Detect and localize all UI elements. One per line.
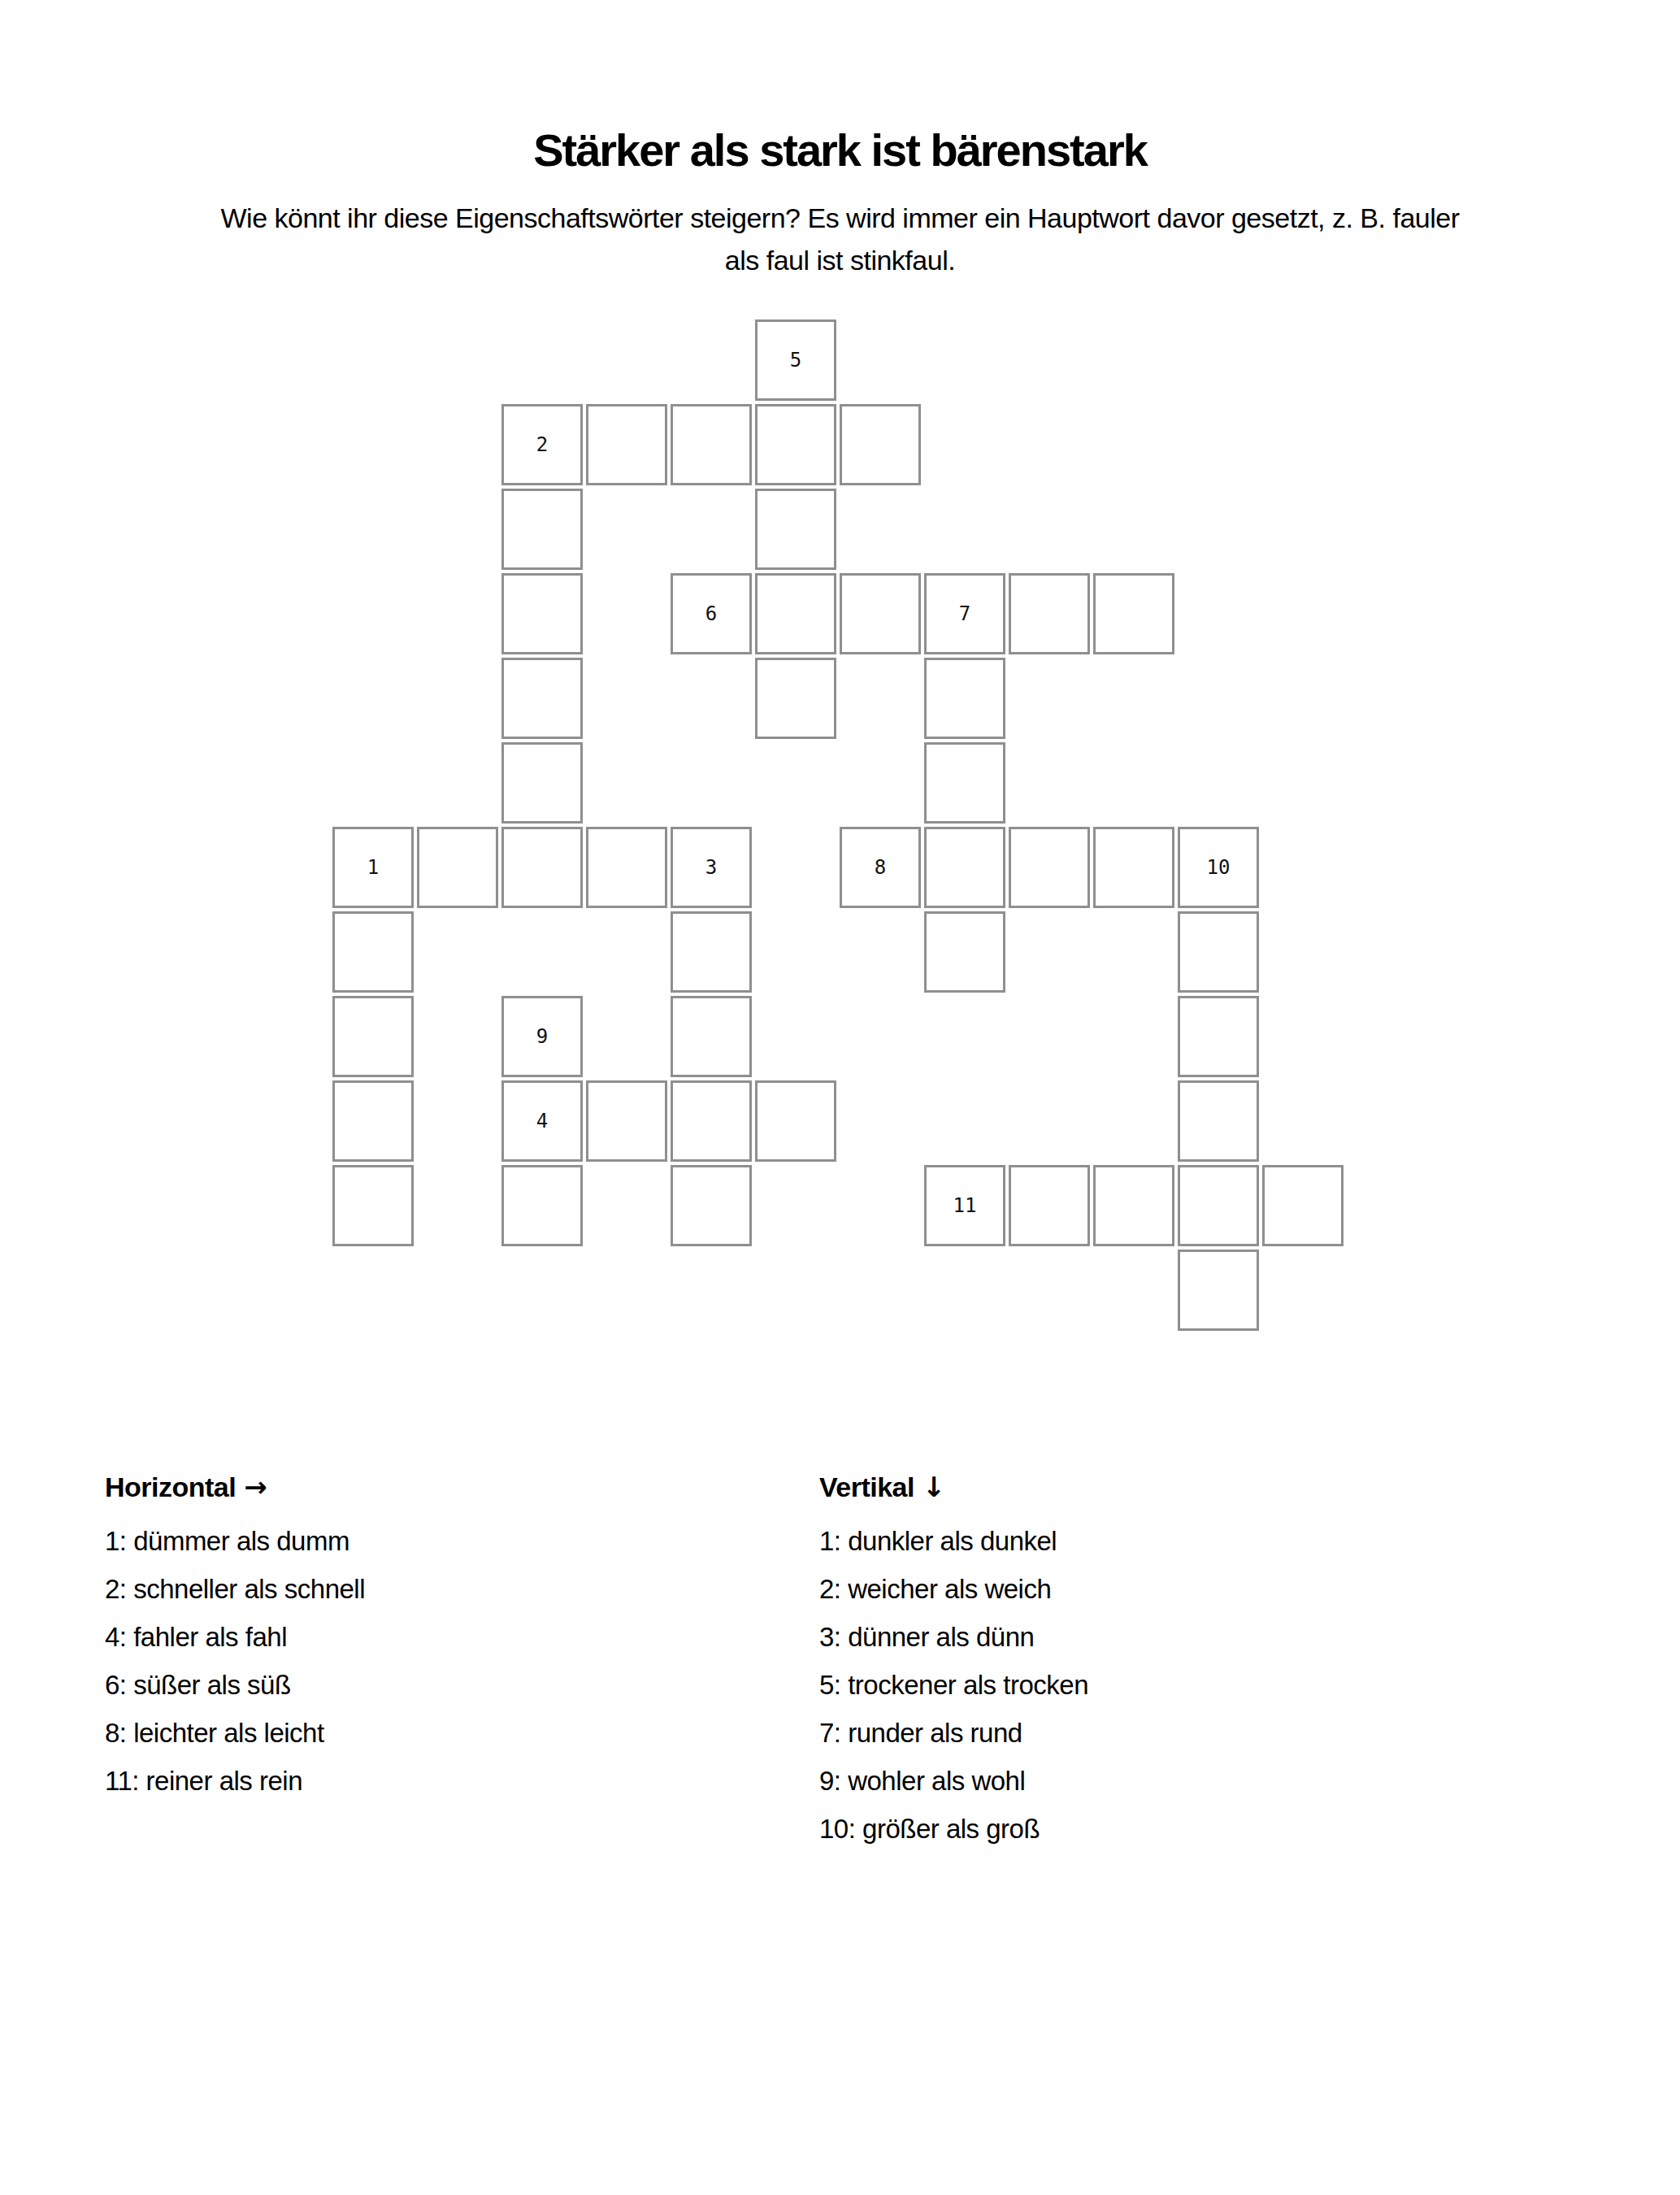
grid-cell-r6c2[interactable] bbox=[501, 827, 583, 908]
right-arrow-icon: → bbox=[244, 1471, 267, 1503]
grid-cell-r8c4[interactable] bbox=[671, 996, 752, 1077]
down-clue-5: 5: trockener als trocken bbox=[819, 1661, 1534, 1709]
grid-cell-r7c0[interactable] bbox=[332, 911, 414, 993]
page-title: Stärker als stark ist bärenstark bbox=[0, 124, 1680, 176]
grid-cell-r10c2[interactable] bbox=[501, 1165, 583, 1246]
grid-cell-r6c6[interactable]: 8 bbox=[840, 827, 921, 908]
grid-cell-r9c2[interactable]: 4 bbox=[501, 1080, 583, 1162]
grid-cell-r7c4[interactable] bbox=[671, 911, 752, 993]
grid-cell-r1c5[interactable] bbox=[755, 404, 836, 485]
clues-down-header: Vertikal↓ bbox=[819, 1463, 1534, 1511]
across-clue-6: 6: süßer als süß bbox=[105, 1661, 819, 1709]
grid-cell-r11c10[interactable] bbox=[1178, 1250, 1259, 1331]
subtitle: Wie könnt ihr diese Eigenschaftswörter s… bbox=[0, 197, 1680, 281]
grid-cell-r10c11[interactable] bbox=[1262, 1165, 1344, 1246]
grid-cell-r8c0[interactable] bbox=[332, 996, 414, 1077]
down-arrow-icon: ↓ bbox=[922, 1471, 945, 1503]
down-clue-1: 1: dunkler als dunkel bbox=[819, 1517, 1534, 1565]
cell-number: 3 bbox=[705, 858, 717, 877]
grid-cell-r4c5[interactable] bbox=[755, 658, 836, 739]
grid-cell-r7c10[interactable] bbox=[1178, 911, 1259, 993]
grid-cell-r6c4[interactable]: 3 bbox=[671, 827, 752, 908]
grid-cell-r9c5[interactable] bbox=[755, 1080, 836, 1162]
grid-cell-r6c8[interactable] bbox=[1009, 827, 1090, 908]
grid-cell-r1c4[interactable] bbox=[671, 404, 752, 485]
grid-cell-r10c7[interactable]: 11 bbox=[924, 1165, 1005, 1246]
cell-number: 1 bbox=[367, 858, 379, 877]
cell-number: 7 bbox=[959, 604, 970, 624]
grid-cell-r10c8[interactable] bbox=[1009, 1165, 1090, 1246]
subtitle-line1: Wie könnt ihr diese Eigenschaftswörter s… bbox=[0, 197, 1680, 239]
grid-cell-r6c0[interactable]: 1 bbox=[332, 827, 414, 908]
cell-number: 11 bbox=[953, 1196, 977, 1215]
cell-number: 10 bbox=[1207, 858, 1231, 877]
grid-cell-r10c4[interactable] bbox=[671, 1165, 752, 1246]
clues-down-title: Vertikal bbox=[819, 1471, 914, 1502]
clues-across-header: Horizontal→ bbox=[105, 1463, 819, 1511]
grid-cell-r9c4[interactable] bbox=[671, 1080, 752, 1162]
grid-cell-r1c6[interactable] bbox=[840, 404, 921, 485]
cell-number: 8 bbox=[875, 858, 886, 877]
grid-cell-r3c9[interactable] bbox=[1093, 573, 1174, 654]
clues-across-list: 1: dümmer als dumm2: schneller als schne… bbox=[105, 1517, 819, 1805]
across-clue-1: 1: dümmer als dumm bbox=[105, 1517, 819, 1565]
grid-cell-r1c2[interactable]: 2 bbox=[501, 404, 583, 485]
cell-number: 6 bbox=[705, 604, 717, 624]
down-clue-2: 2: weicher als weich bbox=[819, 1565, 1534, 1613]
crossword-grid: 5267138109411 bbox=[332, 319, 1348, 1328]
across-clue-8: 8: leichter als leicht bbox=[105, 1709, 819, 1757]
grid-cell-r9c10[interactable] bbox=[1178, 1080, 1259, 1162]
down-clue-10: 10: größer als groß bbox=[819, 1805, 1534, 1853]
across-clue-4: 4: fahler als fahl bbox=[105, 1613, 819, 1661]
across-clue-11: 11: reiner als rein bbox=[105, 1757, 819, 1805]
grid-cell-r5c7[interactable] bbox=[924, 742, 1005, 824]
grid-cell-r7c7[interactable] bbox=[924, 911, 1005, 993]
grid-cell-r10c0[interactable] bbox=[332, 1165, 414, 1246]
clues-across-title: Horizontal bbox=[105, 1471, 236, 1502]
grid-cell-r3c2[interactable] bbox=[501, 573, 583, 654]
grid-cell-r4c7[interactable] bbox=[924, 658, 1005, 739]
clue-section: Horizontal→ 1: dümmer als dumm2: schnell… bbox=[105, 1463, 1534, 1853]
grid-cell-r2c5[interactable] bbox=[755, 489, 836, 570]
subtitle-line2: als faul ist stinkfaul. bbox=[0, 239, 1680, 281]
grid-cell-r2c2[interactable] bbox=[501, 489, 583, 570]
across-clue-2: 2: schneller als schnell bbox=[105, 1565, 819, 1613]
grid-cell-r5c2[interactable] bbox=[501, 742, 583, 824]
grid-cell-r3c5[interactable] bbox=[755, 573, 836, 654]
grid-cell-r9c0[interactable] bbox=[332, 1080, 414, 1162]
grid-cell-r8c2[interactable]: 9 bbox=[501, 996, 583, 1077]
grid-cell-r9c3[interactable] bbox=[586, 1080, 667, 1162]
grid-cell-r4c2[interactable] bbox=[501, 658, 583, 739]
grid-cell-r3c7[interactable]: 7 bbox=[924, 573, 1005, 654]
down-clue-7: 7: runder als rund bbox=[819, 1709, 1534, 1757]
grid-cell-r6c1[interactable] bbox=[417, 827, 498, 908]
clues-down-list: 1: dunkler als dunkel2: weicher als weic… bbox=[819, 1517, 1534, 1853]
grid-cell-r6c7[interactable] bbox=[924, 827, 1005, 908]
cell-number: 2 bbox=[536, 435, 548, 454]
clues-down-column: Vertikal↓ 1: dunkler als dunkel2: weiche… bbox=[819, 1463, 1534, 1853]
grid-cell-r6c3[interactable] bbox=[586, 827, 667, 908]
down-clue-3: 3: dünner als dünn bbox=[819, 1613, 1534, 1661]
grid-cell-r0c5[interactable]: 5 bbox=[755, 319, 836, 401]
cell-number: 4 bbox=[536, 1111, 548, 1131]
down-clue-9: 9: wohler als wohl bbox=[819, 1757, 1534, 1805]
clues-across-column: Horizontal→ 1: dümmer als dumm2: schnell… bbox=[105, 1463, 819, 1805]
grid-cell-r3c8[interactable] bbox=[1009, 573, 1090, 654]
grid-cell-r3c6[interactable] bbox=[840, 573, 921, 654]
grid-cell-r10c9[interactable] bbox=[1093, 1165, 1174, 1246]
cell-number: 9 bbox=[536, 1027, 548, 1046]
grid-cell-r8c10[interactable] bbox=[1178, 996, 1259, 1077]
cell-number: 5 bbox=[790, 350, 801, 370]
grid-cell-r3c4[interactable]: 6 bbox=[671, 573, 752, 654]
grid-cell-r6c10[interactable]: 10 bbox=[1178, 827, 1259, 908]
grid-cell-r6c9[interactable] bbox=[1093, 827, 1174, 908]
grid-cell-r1c3[interactable] bbox=[586, 404, 667, 485]
grid-cell-r10c10[interactable] bbox=[1178, 1165, 1259, 1246]
